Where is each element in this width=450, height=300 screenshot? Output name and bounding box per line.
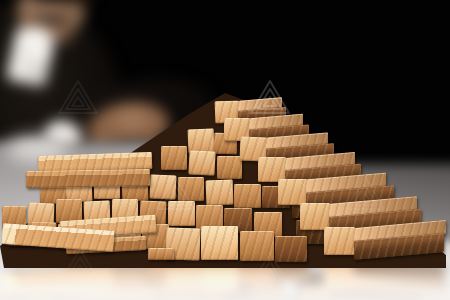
wood-block-cap — [278, 179, 307, 205]
watermark-logo-icon — [345, 176, 385, 210]
watermark-logo-icon — [250, 252, 290, 286]
watermark-logo-icon — [250, 80, 290, 114]
wood-block-railM — [26, 169, 150, 188]
wood-block-b — [206, 180, 234, 206]
stock-photo-wooden-block-pyramid — [0, 0, 450, 300]
wood-block-cap — [300, 203, 330, 230]
wood-block-b — [188, 150, 215, 175]
watermark-logo-icon — [60, 248, 100, 282]
watermark-logo-icon — [155, 176, 195, 210]
watermark-logo-icon — [58, 80, 98, 114]
wood-block-m — [161, 146, 187, 170]
wood-block-m — [148, 248, 174, 260]
wood-block-m — [217, 156, 242, 179]
wood-block-m — [234, 184, 261, 208]
wood-block-cap — [324, 227, 355, 255]
wood-block-B — [201, 226, 238, 260]
